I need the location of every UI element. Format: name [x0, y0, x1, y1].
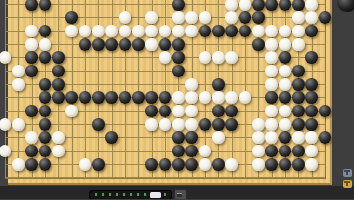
black-stone [292, 65, 305, 78]
white-stone [265, 51, 278, 64]
black-stone [319, 131, 332, 144]
black-stone [212, 25, 225, 38]
white-stone [279, 65, 292, 78]
white-stone [252, 118, 265, 131]
black-stone [212, 118, 225, 131]
white-stone [305, 0, 318, 11]
black-stone [145, 105, 158, 118]
black-stone [92, 158, 105, 171]
black-stone [279, 0, 292, 11]
black-stone [39, 78, 52, 91]
black-stone [292, 118, 305, 131]
black-stone [39, 51, 52, 64]
white-stone [12, 118, 25, 131]
white-stone [199, 11, 212, 24]
black-stone [172, 131, 185, 144]
tool-icon-blue[interactable] [343, 169, 352, 177]
black-stone [52, 65, 65, 78]
black-stone [92, 118, 105, 131]
black-stone [265, 158, 278, 171]
white-stone [145, 11, 158, 24]
black-stone [292, 78, 305, 91]
black-stone [305, 25, 318, 38]
black-stone [305, 78, 318, 91]
white-stone [0, 118, 11, 131]
black-stone [305, 105, 318, 118]
black-stone [172, 145, 185, 158]
white-stone [0, 145, 11, 158]
white-stone [265, 105, 278, 118]
black-stone [39, 131, 52, 144]
white-stone [225, 0, 238, 11]
white-stone [279, 118, 292, 131]
black-stone [225, 25, 238, 38]
black-stone [292, 105, 305, 118]
white-stone [292, 131, 305, 144]
black-stone [39, 145, 52, 158]
tool-icon-gold[interactable] [343, 180, 352, 188]
black-stone [279, 158, 292, 171]
black-stone [225, 105, 238, 118]
white-stone [212, 131, 225, 144]
white-stone [145, 38, 158, 51]
black-stone [79, 38, 92, 51]
black-stone [185, 131, 198, 144]
black-stone [279, 51, 292, 64]
white-stone [265, 38, 278, 51]
white-stone [199, 91, 212, 104]
white-stone [199, 145, 212, 158]
black-stone [172, 38, 185, 51]
white-stone [199, 51, 212, 64]
black-stone [25, 0, 38, 11]
white-stone [265, 118, 278, 131]
black-stone [292, 158, 305, 171]
black-stone [279, 145, 292, 158]
white-stone [225, 51, 238, 64]
black-stone [145, 91, 158, 104]
white-stone [145, 25, 158, 38]
black-stone [319, 11, 332, 24]
white-stone [185, 25, 198, 38]
white-stone [172, 118, 185, 131]
black-stone [252, 0, 265, 11]
scrubber-tick [95, 193, 97, 196]
black-stone [199, 25, 212, 38]
white-stone [225, 11, 238, 24]
scrubber-menu-glyph [177, 193, 182, 197]
scrubber-tick [137, 193, 139, 196]
black-stone [159, 91, 172, 104]
white-stone [265, 78, 278, 91]
white-stone [185, 78, 198, 91]
black-stone [305, 118, 318, 131]
white-stone [119, 11, 132, 24]
black-stone [159, 38, 172, 51]
white-stone [279, 105, 292, 118]
black-stone [119, 91, 132, 104]
black-stone [252, 11, 265, 24]
black-stone-indicator [337, 0, 354, 12]
black-stone [132, 38, 145, 51]
black-stone [305, 51, 318, 64]
black-stone [119, 38, 132, 51]
black-stone [65, 11, 78, 24]
white-stone [265, 25, 278, 38]
black-stone [25, 105, 38, 118]
stone-grid[interactable] [0, 0, 332, 184]
black-stone [145, 158, 158, 171]
white-stone [65, 105, 78, 118]
white-stone [292, 38, 305, 51]
white-stone [92, 25, 105, 38]
black-stone [92, 91, 105, 104]
white-stone [252, 131, 265, 144]
white-stone [25, 38, 38, 51]
black-stone [105, 91, 118, 104]
black-stone [185, 145, 198, 158]
black-stone [172, 65, 185, 78]
black-stone [25, 65, 38, 78]
white-stone [12, 78, 25, 91]
white-stone [132, 25, 145, 38]
black-stone [292, 145, 305, 158]
white-stone [145, 118, 158, 131]
white-stone [185, 105, 198, 118]
scrubber-tick [144, 193, 146, 196]
white-stone [105, 25, 118, 38]
black-stone [279, 91, 292, 104]
black-stone [159, 158, 172, 171]
white-stone [119, 25, 132, 38]
white-stone [252, 145, 265, 158]
black-stone [292, 91, 305, 104]
black-stone [92, 38, 105, 51]
white-stone [265, 131, 278, 144]
white-stone [52, 131, 65, 144]
scrubber-tick [109, 193, 111, 196]
white-stone [79, 158, 92, 171]
white-stone [305, 11, 318, 24]
white-stone [25, 25, 38, 38]
black-stone [279, 131, 292, 144]
black-stone [265, 91, 278, 104]
black-stone [52, 78, 65, 91]
black-stone [265, 145, 278, 158]
scrubber-handle[interactable] [150, 192, 161, 198]
scrubber-tick [164, 193, 166, 196]
white-stone [12, 158, 25, 171]
black-stone [239, 25, 252, 38]
white-stone [212, 91, 225, 104]
white-stone [239, 91, 252, 104]
black-stone [319, 105, 332, 118]
white-stone [159, 118, 172, 131]
white-stone [305, 131, 318, 144]
black-stone [212, 78, 225, 91]
black-stone [39, 25, 52, 38]
white-stone [0, 51, 11, 64]
white-stone [65, 25, 78, 38]
black-stone [172, 158, 185, 171]
white-stone [252, 25, 265, 38]
go-app-window [0, 0, 354, 199]
scrubber-menu-button[interactable] [174, 189, 187, 199]
white-stone [265, 65, 278, 78]
black-stone [159, 105, 172, 118]
white-stone [185, 91, 198, 104]
white-stone [225, 158, 238, 171]
white-stone [185, 118, 198, 131]
black-stone [105, 38, 118, 51]
scrubber-tick [130, 193, 132, 196]
black-stone [39, 0, 52, 11]
white-stone [212, 51, 225, 64]
scrubber-tick [123, 193, 125, 196]
move-scrubber-bar[interactable] [89, 190, 172, 200]
white-stone [292, 11, 305, 24]
white-stone [172, 91, 185, 104]
black-stone [292, 0, 305, 11]
white-stone [39, 38, 52, 51]
white-stone [172, 11, 185, 24]
black-stone [39, 118, 52, 131]
black-stone [265, 0, 278, 11]
black-stone [185, 158, 198, 171]
white-stone [52, 145, 65, 158]
black-stone [65, 91, 78, 104]
white-stone [185, 11, 198, 24]
black-stone [25, 51, 38, 64]
scrubber-tick [116, 193, 118, 196]
white-stone [172, 105, 185, 118]
white-stone [225, 91, 238, 104]
black-stone [39, 91, 52, 104]
white-stone [12, 65, 25, 78]
black-stone [52, 51, 65, 64]
black-stone [212, 105, 225, 118]
white-stone [79, 25, 92, 38]
white-stone [252, 158, 265, 171]
scrubber-tick [102, 193, 104, 196]
black-stone [172, 51, 185, 64]
black-stone [52, 91, 65, 104]
white-stone [159, 51, 172, 64]
black-stone [39, 158, 52, 171]
black-stone [79, 91, 92, 104]
black-stone [199, 118, 212, 131]
white-stone [25, 131, 38, 144]
white-stone [159, 25, 172, 38]
white-stone [305, 145, 318, 158]
black-stone [25, 145, 38, 158]
black-stone [239, 11, 252, 24]
black-stone [172, 0, 185, 11]
white-stone [279, 78, 292, 91]
black-stone [305, 91, 318, 104]
white-stone [172, 25, 185, 38]
black-stone [39, 105, 52, 118]
white-stone [305, 158, 318, 171]
white-stone [292, 25, 305, 38]
black-stone [132, 91, 145, 104]
white-stone [239, 0, 252, 11]
white-stone [279, 38, 292, 51]
black-stone [105, 131, 118, 144]
white-stone [199, 158, 212, 171]
black-stone [225, 118, 238, 131]
white-stone [279, 25, 292, 38]
black-stone [212, 158, 225, 171]
black-stone [252, 38, 265, 51]
black-stone [25, 158, 38, 171]
